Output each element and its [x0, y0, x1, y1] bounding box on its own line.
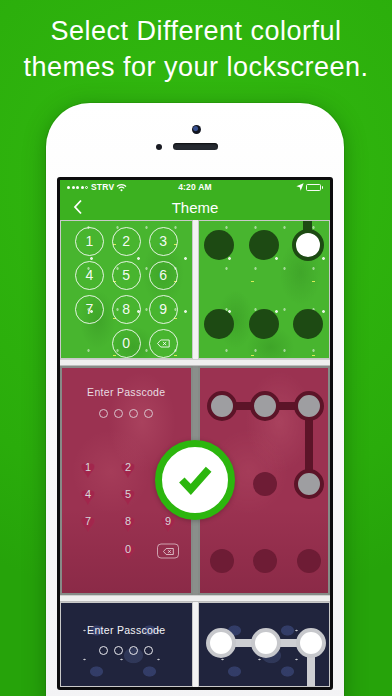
pattern-dot-traced: [296, 628, 326, 658]
chevron-left-icon: [73, 199, 83, 215]
phone-screen: STRV 4:20 AM: [57, 177, 333, 690]
pattern-dot-traced: [206, 628, 236, 658]
keypad-key: 7: [75, 295, 104, 324]
pattern-dot: [210, 549, 234, 573]
screen-title: Theme: [172, 199, 219, 216]
keypad-key: 8: [115, 515, 141, 537]
theme-row-green: 1 2 3 4 5 6 7 8 9 0: [60, 220, 330, 359]
keypad-key: 5: [112, 261, 141, 290]
pattern-dot-active: [292, 229, 324, 261]
backspace-icon: [163, 547, 174, 555]
keypad-delete-key: [149, 329, 178, 358]
pattern-dot: [293, 309, 323, 339]
pattern-dot: [297, 549, 321, 573]
keypad-key: 2: [112, 227, 141, 256]
row-divider: [60, 359, 330, 366]
pattern-dot: [204, 230, 234, 260]
keypad-key: 3: [149, 227, 178, 256]
pattern-dot-traced: [250, 391, 280, 421]
status-bar: STRV 4:20 AM: [60, 180, 330, 194]
keypad-key: 1: [75, 227, 104, 256]
earpiece-speaker: [173, 143, 218, 150]
pattern-dot-traced: [251, 628, 281, 658]
keypad-key: 1: [75, 461, 101, 483]
pattern-dot: [253, 549, 277, 573]
pattern-dot: [249, 309, 279, 339]
page-title: Select Different colorful themes for you…: [0, 13, 392, 85]
pattern-dot-traced: [207, 391, 237, 421]
selected-checkmark-badge: [155, 440, 235, 520]
page-title-line2: themes for your lockscreen.: [0, 49, 392, 85]
theme-thumb-dark-keypad[interactable]: Enter Passcode: [60, 602, 193, 687]
keypad-key: 4: [75, 488, 101, 510]
pattern-dot-traced: [294, 391, 324, 421]
sensor-dot-icon: [156, 144, 162, 150]
nav-bar: Theme: [60, 194, 330, 220]
keypad-key: 0: [112, 329, 141, 358]
pattern-dot: [204, 309, 234, 339]
theme-thumb-green-pattern[interactable]: [198, 220, 331, 359]
pattern-dot: [253, 472, 277, 496]
back-button[interactable]: [69, 194, 87, 220]
keypad-key: 0: [115, 543, 141, 565]
theme-grid: 1 2 3 4 5 6 7 8 9 0: [60, 220, 330, 687]
keypad-key: 4: [75, 261, 104, 290]
passcode-prompt: Enter Passcode: [61, 624, 192, 636]
pattern-dot-traced: [294, 469, 324, 499]
theme-thumb-dark-pattern[interactable]: [198, 602, 331, 687]
keypad-key: 8: [112, 295, 141, 324]
row-divider: [60, 595, 330, 602]
keypad-key: 9: [149, 295, 178, 324]
theme-row-dark: Enter Passcode: [60, 602, 330, 687]
passcode-entry-dots: [61, 646, 192, 655]
keypad-key: 5: [115, 488, 141, 510]
keypad-key: 6: [149, 261, 178, 290]
checkmark-icon: [176, 464, 214, 496]
passcode-entry-dots: [62, 409, 191, 418]
keypad-key: 7: [75, 515, 101, 537]
backspace-icon: [157, 339, 170, 348]
keypad-key: 2: [115, 461, 141, 483]
theme-thumb-green-keypad[interactable]: 1 2 3 4 5 6 7 8 9 0: [60, 220, 193, 359]
camera-icon: [192, 125, 201, 134]
battery-icon: [306, 184, 323, 191]
keypad-delete-key: [157, 544, 179, 559]
phone-mockup: STRV 4:20 AM: [46, 103, 344, 696]
page-title-line1: Select Different colorful: [0, 13, 392, 49]
pattern-dot: [249, 230, 279, 260]
location-arrow-icon: [296, 183, 304, 191]
clock-label: 4:20 AM: [60, 182, 330, 192]
keypad-key: 9: [155, 515, 181, 537]
passcode-prompt: Enter Passcode: [62, 386, 191, 398]
